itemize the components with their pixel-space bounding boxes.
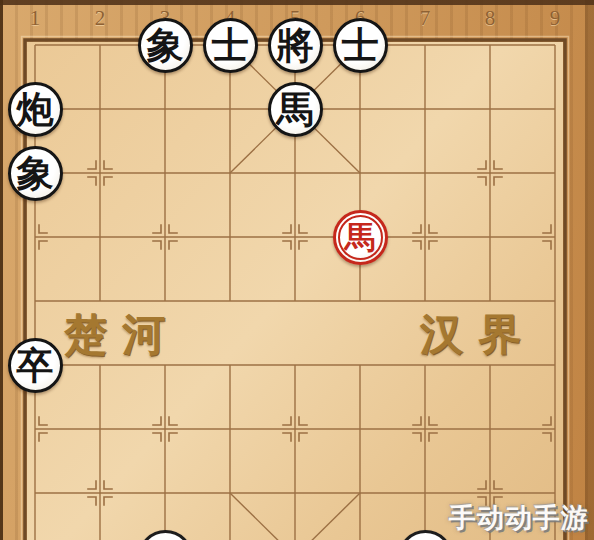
black-horse[interactable]: 馬 <box>268 82 323 137</box>
cutoff-piece[interactable] <box>138 530 193 540</box>
red-horse[interactable]: 馬 <box>333 210 388 265</box>
watermark-text: 手动动手游 <box>449 500 589 536</box>
black-general[interactable]: 將 <box>268 18 323 73</box>
black-soldier[interactable]: 卒 <box>8 338 63 393</box>
piece-layer: 象士將士炮馬象馬卒 <box>3 13 588 540</box>
xiangqi-app-screen: 123456789 楚河 汉界 象士將士炮馬象馬卒 手动动手游 <box>0 0 594 540</box>
black-advisor[interactable]: 士 <box>333 18 388 73</box>
black-advisor[interactable]: 士 <box>203 18 258 73</box>
black-elephant[interactable]: 象 <box>138 18 193 73</box>
black-elephant[interactable]: 象 <box>8 146 63 201</box>
black-cannon[interactable]: 炮 <box>8 82 63 137</box>
cutoff-piece[interactable] <box>398 530 453 540</box>
